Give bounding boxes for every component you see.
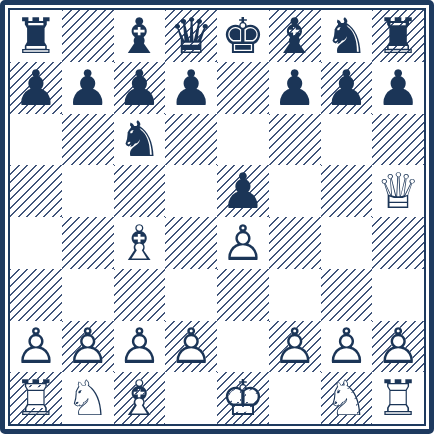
square-a8[interactable]: ♜ — [10, 10, 62, 62]
square-e3[interactable] — [217, 269, 269, 321]
white-pawn-icon: ♙ — [273, 322, 317, 371]
piece-white-pawn[interactable]: ♟♙ — [62, 321, 114, 373]
chess-board: ♜♝♛♚♝♞♜♟♟♟♟♟♟♟♞♟♛♕♝♗♟♙♟♙♟♙♟♙♟♙♟♙♟♙♟♙♜♖♞♘… — [10, 10, 424, 424]
white-pawn-icon: ♙ — [221, 218, 265, 267]
square-e6[interactable] — [217, 114, 269, 166]
piece-white-pawn[interactable]: ♟♙ — [114, 321, 166, 373]
square-f5[interactable] — [269, 165, 321, 217]
square-d1[interactable] — [165, 372, 217, 424]
piece-black-pawn[interactable]: ♟ — [321, 62, 373, 114]
square-a5[interactable] — [10, 165, 62, 217]
white-pawn-icon: ♙ — [376, 322, 420, 371]
white-pawn-fill: ♟ — [117, 322, 161, 371]
white-pawn-fill: ♟ — [221, 218, 265, 267]
white-pawn-icon: ♙ — [117, 322, 161, 371]
white-bishop-fill: ♝ — [117, 374, 161, 423]
square-g6[interactable] — [321, 114, 373, 166]
black-rook-icon: ♜ — [14, 11, 58, 60]
piece-black-rook[interactable]: ♜ — [10, 10, 62, 62]
square-h3[interactable] — [372, 269, 424, 321]
piece-black-bishop[interactable]: ♝ — [269, 10, 321, 62]
white-bishop-icon: ♗ — [117, 374, 161, 423]
piece-black-pawn[interactable]: ♟ — [372, 62, 424, 114]
piece-black-pawn[interactable]: ♟ — [217, 165, 269, 217]
square-a6[interactable] — [10, 114, 62, 166]
black-king-icon: ♚ — [221, 11, 265, 60]
square-c4[interactable]: ♝♗ — [114, 217, 166, 269]
piece-white-pawn[interactable]: ♟♙ — [372, 321, 424, 373]
black-pawn-icon: ♟ — [376, 63, 420, 112]
white-pawn-icon: ♙ — [169, 322, 213, 371]
square-h8[interactable]: ♜ — [372, 10, 424, 62]
square-g8[interactable]: ♞ — [321, 10, 373, 62]
square-g7[interactable]: ♟ — [321, 62, 373, 114]
piece-black-knight[interactable]: ♞ — [321, 10, 373, 62]
white-pawn-icon: ♙ — [14, 322, 58, 371]
white-pawn-icon: ♙ — [324, 322, 368, 371]
white-knight-fill: ♞ — [66, 374, 110, 423]
piece-black-rook[interactable]: ♜ — [372, 10, 424, 62]
white-bishop-icon: ♗ — [117, 218, 161, 267]
piece-white-bishop[interactable]: ♝♗ — [114, 372, 166, 424]
square-a1[interactable]: ♜♖ — [10, 372, 62, 424]
square-e4[interactable]: ♟♙ — [217, 217, 269, 269]
white-rook-fill: ♜ — [376, 374, 420, 423]
piece-white-pawn[interactable]: ♟♙ — [321, 321, 373, 373]
square-b1[interactable]: ♞♘ — [62, 372, 114, 424]
square-b7[interactable]: ♟ — [62, 62, 114, 114]
piece-white-knight[interactable]: ♞♘ — [62, 372, 114, 424]
piece-black-knight[interactable]: ♞ — [114, 114, 166, 166]
piece-white-pawn[interactable]: ♟♙ — [217, 217, 269, 269]
square-b8[interactable] — [62, 10, 114, 62]
piece-white-rook[interactable]: ♜♖ — [372, 372, 424, 424]
white-rook-icon: ♖ — [376, 374, 420, 423]
piece-black-queen[interactable]: ♛ — [165, 10, 217, 62]
square-d4[interactable] — [165, 217, 217, 269]
square-e1[interactable]: ♚♔ — [217, 372, 269, 424]
piece-white-rook[interactable]: ♜♖ — [10, 372, 62, 424]
square-c2[interactable]: ♟♙ — [114, 321, 166, 373]
piece-black-pawn[interactable]: ♟ — [165, 62, 217, 114]
square-h6[interactable] — [372, 114, 424, 166]
square-c6[interactable]: ♞ — [114, 114, 166, 166]
white-pawn-fill: ♟ — [273, 322, 317, 371]
square-c1[interactable]: ♝♗ — [114, 372, 166, 424]
piece-white-knight[interactable]: ♞♘ — [321, 372, 373, 424]
square-f3[interactable] — [269, 269, 321, 321]
square-d3[interactable] — [165, 269, 217, 321]
square-f1[interactable] — [269, 372, 321, 424]
black-knight-icon: ♞ — [324, 11, 368, 60]
black-bishop-icon: ♝ — [273, 11, 317, 60]
square-h2[interactable]: ♟♙ — [372, 321, 424, 373]
black-queen-icon: ♛ — [169, 11, 213, 60]
black-pawn-icon: ♟ — [66, 63, 110, 112]
piece-white-pawn[interactable]: ♟♙ — [10, 321, 62, 373]
black-rook-icon: ♜ — [376, 11, 420, 60]
square-d8[interactable]: ♛ — [165, 10, 217, 62]
square-e5[interactable]: ♟ — [217, 165, 269, 217]
black-pawn-icon: ♟ — [117, 63, 161, 112]
black-pawn-icon: ♟ — [14, 63, 58, 112]
square-h4[interactable] — [372, 217, 424, 269]
square-g1[interactable]: ♞♘ — [321, 372, 373, 424]
black-pawn-icon: ♟ — [273, 63, 317, 112]
white-pawn-fill: ♟ — [14, 322, 58, 371]
white-pawn-fill: ♟ — [169, 322, 213, 371]
white-pawn-fill: ♟ — [376, 322, 420, 371]
square-d5[interactable] — [165, 165, 217, 217]
white-queen-fill: ♛ — [376, 167, 420, 216]
white-knight-fill: ♞ — [324, 374, 368, 423]
black-bishop-icon: ♝ — [117, 11, 161, 60]
black-pawn-icon: ♟ — [169, 63, 213, 112]
black-knight-icon: ♞ — [117, 115, 161, 164]
black-pawn-icon: ♟ — [324, 63, 368, 112]
square-a4[interactable] — [10, 217, 62, 269]
square-a3[interactable] — [10, 269, 62, 321]
piece-black-king[interactable]: ♚ — [217, 10, 269, 62]
square-b2[interactable]: ♟♙ — [62, 321, 114, 373]
square-f2[interactable]: ♟♙ — [269, 321, 321, 373]
piece-black-bishop[interactable]: ♝ — [114, 10, 166, 62]
piece-black-pawn[interactable]: ♟ — [269, 62, 321, 114]
square-e2[interactable] — [217, 321, 269, 373]
square-h5[interactable]: ♛♕ — [372, 165, 424, 217]
square-d7[interactable]: ♟ — [165, 62, 217, 114]
square-f7[interactable]: ♟ — [269, 62, 321, 114]
square-b3[interactable] — [62, 269, 114, 321]
square-d6[interactable] — [165, 114, 217, 166]
square-a7[interactable]: ♟ — [10, 62, 62, 114]
white-pawn-fill: ♟ — [324, 322, 368, 371]
square-c5[interactable] — [114, 165, 166, 217]
square-c7[interactable]: ♟ — [114, 62, 166, 114]
square-g3[interactable] — [321, 269, 373, 321]
white-rook-fill: ♜ — [14, 374, 58, 423]
square-f6[interactable] — [269, 114, 321, 166]
board-frame: ♜♝♛♚♝♞♜♟♟♟♟♟♟♟♞♟♛♕♝♗♟♙♟♙♟♙♟♙♟♙♟♙♟♙♟♙♜♖♞♘… — [0, 0, 434, 434]
square-a2[interactable]: ♟♙ — [10, 321, 62, 373]
piece-black-pawn[interactable]: ♟ — [62, 62, 114, 114]
white-knight-icon: ♘ — [66, 374, 110, 423]
white-king-icon: ♔ — [221, 374, 265, 423]
piece-white-bishop[interactable]: ♝♗ — [114, 217, 166, 269]
square-b5[interactable] — [62, 165, 114, 217]
square-h1[interactable]: ♜♖ — [372, 372, 424, 424]
square-d2[interactable]: ♟♙ — [165, 321, 217, 373]
white-pawn-fill: ♟ — [66, 322, 110, 371]
piece-white-queen[interactable]: ♛♕ — [372, 165, 424, 217]
white-pawn-icon: ♙ — [66, 322, 110, 371]
square-g2[interactable]: ♟♙ — [321, 321, 373, 373]
piece-white-pawn[interactable]: ♟♙ — [269, 321, 321, 373]
piece-white-king[interactable]: ♚♔ — [217, 372, 269, 424]
black-pawn-icon: ♟ — [221, 167, 265, 216]
square-b4[interactable] — [62, 217, 114, 269]
square-e7[interactable] — [217, 62, 269, 114]
piece-black-pawn[interactable]: ♟ — [10, 62, 62, 114]
board-border: ♜♝♛♚♝♞♜♟♟♟♟♟♟♟♞♟♛♕♝♗♟♙♟♙♟♙♟♙♟♙♟♙♟♙♟♙♜♖♞♘… — [8, 8, 426, 426]
white-bishop-fill: ♝ — [117, 218, 161, 267]
square-h7[interactable]: ♟ — [372, 62, 424, 114]
white-knight-icon: ♘ — [324, 374, 368, 423]
square-b6[interactable] — [62, 114, 114, 166]
square-g4[interactable] — [321, 217, 373, 269]
white-rook-icon: ♖ — [14, 374, 58, 423]
white-queen-icon: ♕ — [376, 167, 420, 216]
piece-white-pawn[interactable]: ♟♙ — [165, 321, 217, 373]
square-c8[interactable]: ♝ — [114, 10, 166, 62]
square-e8[interactable]: ♚ — [217, 10, 269, 62]
piece-black-pawn[interactable]: ♟ — [114, 62, 166, 114]
square-f8[interactable]: ♝ — [269, 10, 321, 62]
square-g5[interactable] — [321, 165, 373, 217]
square-f4[interactable] — [269, 217, 321, 269]
white-king-fill: ♚ — [221, 374, 265, 423]
square-c3[interactable] — [114, 269, 166, 321]
